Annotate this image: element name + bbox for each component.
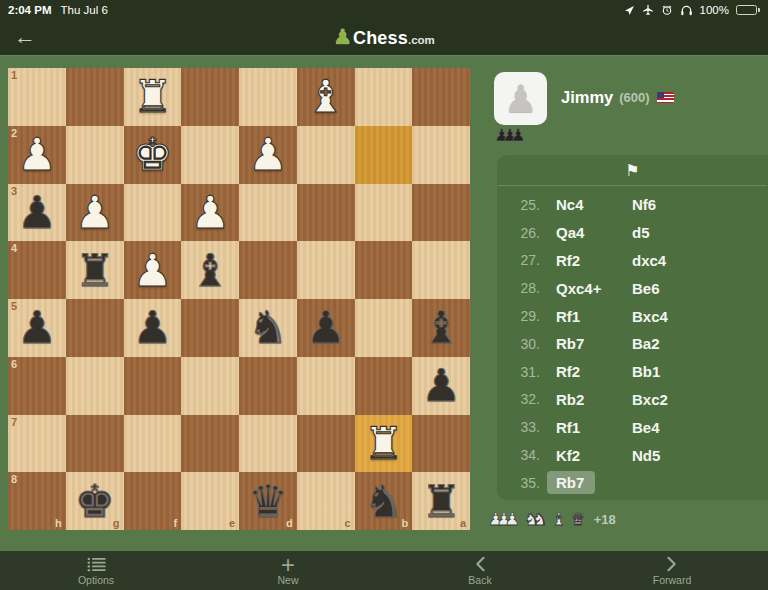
square-d6[interactable] [239,357,297,415]
black-pawn[interactable]: ♟ [17,190,57,235]
clock-date: Thu Jul 6 [60,4,107,16]
square-b7[interactable]: ♜ [355,415,413,473]
captured-white-knight-icon: ♞ [532,511,547,528]
black-move[interactable]: Nd5 [632,447,660,464]
logo-pawn-icon: ♟ [333,27,352,47]
logo-suffix: .com [408,34,435,46]
square-d2[interactable]: ♟ [239,126,297,184]
square-b5[interactable] [355,299,413,357]
move-row-27: 27.Rf2dxc4 [497,247,768,275]
new-label: New [277,574,298,586]
file-label-f: f [174,517,178,529]
black-move[interactable]: dxc4 [632,252,666,269]
plus-icon: + [281,556,295,573]
move-number: 35. [497,475,540,491]
square-a4[interactable] [412,241,470,299]
square-a2[interactable] [412,126,470,184]
chesscom-logo: ♟ Chess .com [333,27,435,49]
square-g8[interactable]: g♚ [66,472,124,530]
move-row-31: 31.Rf2Bb1 [497,358,768,386]
square-g1[interactable] [66,68,124,126]
white-move[interactable]: Rf2 [556,363,632,380]
alarm-icon [661,4,673,16]
square-c4[interactable] [297,241,355,299]
move-number: 34. [497,447,540,463]
black-knight[interactable]: ♞ [248,305,288,350]
white-move[interactable]: Rf2 [556,252,632,269]
white-pawn[interactable]: ♟ [132,248,172,293]
file-label-a: a [460,517,466,529]
header: 2:04 PM Thu Jul 6 100% ← ♟ Chess .com [0,0,768,56]
square-h1[interactable]: 1 [8,68,66,126]
square-d1[interactable] [239,68,297,126]
black-move[interactable]: Be4 [632,419,660,436]
black-move[interactable]: Be6 [632,280,660,297]
move-row-35: 35.Rb7 [497,469,768,497]
black-rook[interactable]: ♜ [74,248,114,293]
logo-text: Chess [353,28,408,49]
square-c7[interactable] [297,415,355,473]
move-number: 32. [497,391,540,407]
move-row-30: 30.Rb7Ba2 [497,330,768,358]
square-h7[interactable]: 7 [8,415,66,473]
square-g2[interactable] [66,126,124,184]
chevron-left-icon [474,556,486,573]
square-a1[interactable] [412,68,470,126]
move-row-34: 34.Kf2Nd5 [497,441,768,469]
black-move[interactable]: Bb1 [632,363,660,380]
black-king[interactable]: ♚ [74,479,114,524]
square-b2[interactable] [355,126,413,184]
file-label-g: g [113,517,120,529]
player-info: Jimmy (600) [561,88,674,107]
black-move[interactable]: d5 [632,224,650,241]
black-bishop[interactable]: ♝ [190,248,230,293]
file-label-d: d [286,517,293,529]
black-bishop[interactable]: ♝ [421,305,461,350]
move-number: 31. [497,364,540,380]
square-g3[interactable]: ♟ [66,184,124,242]
chevron-right-icon [666,556,678,573]
white-pawn[interactable]: ♟ [190,190,230,235]
back-arrow-button[interactable]: ← [14,24,36,50]
avatar-pawn-icon: ♟ [503,77,537,121]
white-move[interactable]: Qa4 [556,224,632,241]
captured-black-pawn-icon: ♟ [511,127,526,144]
square-c1[interactable]: ♝ [297,68,355,126]
rank-label-6: 6 [11,358,17,370]
battery-percent: 100% [700,4,729,16]
white-rook[interactable]: ♜ [363,421,403,466]
white-move[interactable]: Rb2 [556,391,632,408]
status-bar: 2:04 PM Thu Jul 6 100% [0,0,768,20]
white-pawn[interactable]: ♟ [17,132,57,177]
square-f4[interactable]: ♟ [124,241,182,299]
rank-label-4: 4 [11,242,17,254]
square-a3[interactable] [412,184,470,242]
square-d7[interactable] [239,415,297,473]
captured-white-queen-icon: ♛ [571,511,586,528]
white-pawn[interactable]: ♟ [74,190,114,235]
square-a6[interactable]: ♟ [412,357,470,415]
airplane-icon [642,4,654,16]
rank-label-7: 7 [11,416,17,428]
move-row-25: 25.Nc4Nf6 [497,191,768,219]
move-number: 30. [497,336,540,352]
square-b3[interactable] [355,184,413,242]
flag-icon: ⚑ [497,155,768,185]
battery-icon [736,5,760,15]
white-bishop[interactable]: ♝ [305,74,345,119]
back-label: Back [468,574,491,586]
avatar[interactable]: ♟ [494,72,547,125]
square-c8[interactable]: c [297,472,355,530]
black-queen[interactable]: ♛ [248,479,288,524]
options-list-icon [87,556,106,573]
square-h6[interactable]: 6 [8,357,66,415]
move-row-28: 28.Qxc4+Be6 [497,274,768,302]
square-e1[interactable] [181,68,239,126]
white-move[interactable]: Rf1 [556,419,632,436]
white-move[interactable]: Nc4 [556,196,632,213]
white-move[interactable]: Rf1 [556,308,632,325]
black-knight[interactable]: ♞ [363,479,403,524]
square-a8[interactable]: a♜ [412,472,470,530]
captured-by-white-tray: ♟♟♟ [494,127,526,143]
square-h2[interactable]: 2♟ [8,126,66,184]
options-label: Options [78,574,114,586]
move-number: 26. [497,225,540,241]
black-pawn[interactable]: ♟ [132,305,172,350]
back-button[interactable]: Back [384,551,576,590]
square-f8[interactable]: f [124,472,182,530]
square-f3[interactable] [124,184,182,242]
move-row-32: 32.Rb2Bxc2 [497,386,768,414]
white-move[interactable]: Qxc4+ [556,280,632,297]
square-e5[interactable] [181,299,239,357]
chess-board: 1♜♝2♟♚♟3♟♟♟4♜♟♝5♟♟♞♟♝6♟7♜8hg♚fed♛cb♞a♜ [8,68,470,530]
square-g6[interactable] [66,357,124,415]
black-move[interactable]: Bxc2 [632,391,668,408]
rank-label-8: 8 [11,473,17,485]
move-list: 25.Nc4Nf626.Qa4d527.Rf2dxc428.Qxc4+Be629… [497,186,768,497]
square-c3[interactable] [297,184,355,242]
square-f6[interactable] [124,357,182,415]
square-h5[interactable]: 5♟ [8,299,66,357]
move-row-33: 33.Rf1Be4 [497,413,768,441]
nav-bar: ← ♟ Chess .com [0,20,768,56]
black-pawn[interactable]: ♟ [17,305,57,350]
square-h4[interactable]: 4 [8,241,66,299]
square-h3[interactable]: 3♟ [8,184,66,242]
square-e2[interactable] [181,126,239,184]
square-f7[interactable] [124,415,182,473]
black-move[interactable]: Ba2 [632,335,660,352]
square-f1[interactable]: ♜ [124,68,182,126]
move-row-29: 29.Rf1Bxc4 [497,302,768,330]
square-e3[interactable]: ♟ [181,184,239,242]
square-e8[interactable]: e [181,472,239,530]
black-rook[interactable]: ♜ [421,479,461,524]
square-d4[interactable] [239,241,297,299]
square-d5[interactable]: ♞ [239,299,297,357]
square-c2[interactable] [297,126,355,184]
square-b6[interactable] [355,357,413,415]
captured-white-bishop-icon: ♝ [551,511,566,528]
player-rating: (600) [619,90,649,105]
captured-by-black-tray: ♟♟♟♞♞♝♛ +18 [488,507,616,531]
rank-label-3: 3 [11,185,17,197]
status-icons: 100% [624,4,760,16]
us-flag-icon [657,92,674,103]
file-label-b: b [402,517,409,529]
forward-button[interactable]: Forward [576,551,768,590]
move-number: 28. [497,280,540,296]
white-move[interactable]: Rb7 [556,335,632,352]
square-g4[interactable]: ♜ [66,241,124,299]
black-move[interactable]: Nf6 [632,196,656,213]
move-row-26: 26.Qa4d5 [497,219,768,247]
square-h8[interactable]: 8h [8,472,66,530]
file-label-h: h [55,517,62,529]
square-a5[interactable]: ♝ [412,299,470,357]
white-king[interactable]: ♚ [132,132,172,177]
rank-label-2: 2 [11,127,17,139]
file-label-c: c [344,517,350,529]
captured-pieces-icons: ♟♟♟♞♞♝♛ [488,511,586,528]
options-button[interactable]: Options [0,551,192,590]
square-f5[interactable]: ♟ [124,299,182,357]
forward-label: Forward [653,574,692,586]
captured-white-pawn-icon: ♟ [505,511,520,528]
location-icon [624,5,635,16]
square-b1[interactable] [355,68,413,126]
square-d8[interactable]: d♛ [239,472,297,530]
square-a7[interactable] [412,415,470,473]
file-label-e: e [229,517,235,529]
square-c5[interactable]: ♟ [297,299,355,357]
rank-label-5: 5 [11,300,17,312]
square-g5[interactable] [66,299,124,357]
move-number: 27. [497,252,540,268]
white-move[interactable]: Rb7 [556,474,632,491]
square-c6[interactable] [297,357,355,415]
square-d3[interactable] [239,184,297,242]
player-name: Jimmy [561,88,613,107]
new-button[interactable]: + New [192,551,384,590]
black-move[interactable]: Bxc4 [632,308,668,325]
move-number: 25. [497,197,540,213]
move-list-panel: ⚑ 25.Nc4Nf626.Qa4d527.Rf2dxc428.Qxc4+Be6… [497,155,768,500]
square-b8[interactable]: b♞ [355,472,413,530]
white-move[interactable]: Kf2 [556,447,632,464]
clock-time: 2:04 PM [8,4,51,16]
move-number: 29. [497,308,540,324]
headphones-icon [680,4,693,16]
square-g7[interactable] [66,415,124,473]
square-b4[interactable] [355,241,413,299]
square-e7[interactable] [181,415,239,473]
move-number: 33. [497,419,540,435]
square-f2[interactable]: ♚ [124,126,182,184]
black-pawn[interactable]: ♟ [421,363,461,408]
square-e4[interactable]: ♝ [181,241,239,299]
bottom-toolbar: Options + New Back Forward [0,551,768,590]
chess-app-screen: 2:04 PM Thu Jul 6 100% ← ♟ Chess .com 1 [0,0,768,590]
white-pawn[interactable]: ♟ [248,132,288,177]
white-rook[interactable]: ♜ [132,74,172,119]
square-e6[interactable] [181,357,239,415]
rank-label-1: 1 [11,69,17,81]
black-pawn[interactable]: ♟ [305,305,345,350]
material-advantage: +18 [594,512,616,527]
